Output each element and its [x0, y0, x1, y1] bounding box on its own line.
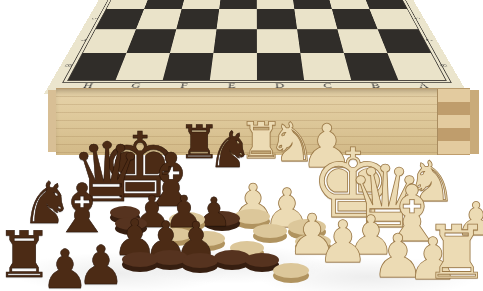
light-rook: ♜: [424, 215, 483, 289]
dark-checker: [182, 253, 218, 268]
dark-bishop: ♝: [52, 175, 113, 243]
chess-set-photo: HGFEDCBA 5678 5678 ♜♞♝♛♚♝♜♞♟♟♟♟♟♟♟♟♜♞♟♚♛…: [0, 0, 483, 291]
light-pawn: ♟: [317, 213, 369, 271]
dark-checker: [245, 253, 279, 267]
light-checker: [273, 263, 309, 278]
pieces-and-checkers: ♜♞♝♛♚♝♜♞♟♟♟♟♟♟♟♟♜♞♟♚♛♝♞♜♟♟♟♟♟♟♟♟: [0, 0, 483, 291]
dark-knight: ♞: [208, 125, 253, 175]
dark-checker: [122, 252, 158, 267]
dark-pawn: ♟: [41, 243, 89, 291]
light-checker: [253, 224, 287, 238]
